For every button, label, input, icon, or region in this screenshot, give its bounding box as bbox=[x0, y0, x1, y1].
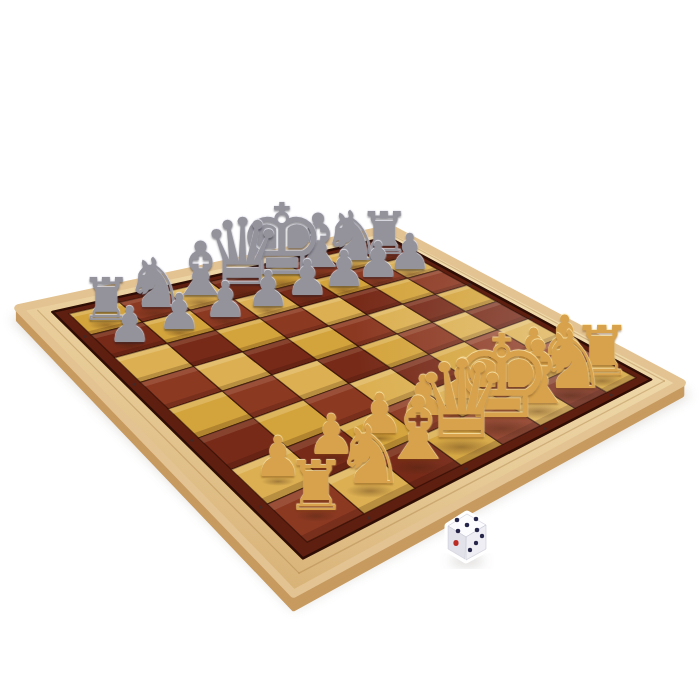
dice-pip-top bbox=[456, 529, 461, 534]
board-screw bbox=[116, 299, 119, 302]
board-screw bbox=[133, 383, 136, 386]
dice-pip-top bbox=[465, 523, 470, 528]
board-screw bbox=[530, 316, 533, 319]
board-screw bbox=[352, 245, 355, 248]
board-screw bbox=[543, 427, 546, 430]
dice-pip-front bbox=[468, 548, 472, 552]
chessboard-render bbox=[0, 0, 700, 700]
board-screw bbox=[259, 506, 262, 509]
dice bbox=[448, 514, 486, 566]
board-screw bbox=[190, 439, 193, 442]
board-screw bbox=[599, 354, 602, 357]
dice-pip-front bbox=[474, 541, 478, 545]
board-screw bbox=[464, 467, 467, 470]
board-screw bbox=[367, 516, 370, 519]
dice-pip-front bbox=[480, 534, 484, 538]
board-screw bbox=[414, 253, 417, 256]
chess-set-photo-scene: ♜♞♟♝♟♚♟♛♟♝♟♞♟♜♟♟♟♟♜♟♞♟♝♟♚♟♛♟♝♟♞♜ bbox=[0, 0, 700, 700]
dice-pip-left bbox=[453, 540, 458, 546]
dice-pip-top bbox=[455, 518, 460, 523]
board-screw bbox=[284, 261, 287, 264]
board-screw bbox=[83, 335, 86, 338]
dice-pip-top bbox=[474, 517, 479, 522]
board-screw bbox=[610, 393, 613, 396]
board-screw bbox=[206, 278, 209, 281]
board-screw bbox=[468, 283, 471, 286]
dice-pip-top bbox=[475, 528, 480, 533]
